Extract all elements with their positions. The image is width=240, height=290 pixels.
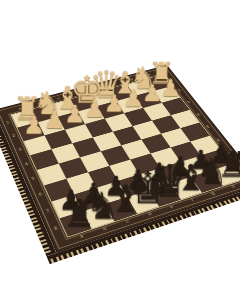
coord-label: g	[210, 191, 216, 196]
coord-label: 4	[24, 162, 29, 166]
coord-label: g	[130, 78, 134, 81]
chess-set-product-photo: abcdefgh abcdefgh 12345678 12345678 ♜♞♝♚…	[0, 0, 240, 290]
chess-board: abcdefgh abcdefgh 12345678 12345678 ♜♞♝♚…	[0, 65, 240, 253]
coord-label: b	[37, 102, 41, 105]
coord-label: h	[231, 184, 237, 189]
coord-label: 5	[206, 125, 211, 129]
coord-label: d	[147, 211, 153, 216]
coord-label: 3	[186, 101, 191, 104]
coord-label: e	[169, 204, 174, 209]
coord-label: c	[125, 219, 130, 224]
coord-label: d	[75, 92, 79, 95]
coord-label: f	[113, 82, 116, 85]
coord-label: 1	[168, 78, 173, 81]
coord-label: a	[79, 234, 84, 239]
coord-label: h	[147, 73, 151, 76]
coord-label: 8	[53, 226, 58, 231]
coord-label: 7	[45, 209, 50, 214]
coord-label: 1	[6, 121, 10, 125]
coord-label: 8	[238, 167, 240, 171]
coord-label: 2	[177, 89, 182, 92]
coord-label: 5	[31, 177, 36, 181]
board-frame: abcdefgh abcdefgh 12345678 12345678 ♜♞♝♚…	[0, 65, 240, 253]
coord-label: 6	[216, 138, 221, 142]
coord-label: 3	[18, 148, 23, 152]
coord-label: f	[190, 198, 194, 202]
coord-label: 4	[196, 113, 201, 117]
coord-label: a	[18, 107, 22, 111]
coord-label: 7	[227, 152, 232, 156]
coord-label: 2	[12, 134, 16, 138]
coord-label: 6	[38, 192, 43, 197]
black-pawn-b7: ♟	[189, 147, 212, 173]
photo-scene: abcdefgh abcdefgh 12345678 12345678 ♜♞♝♚…	[0, 0, 240, 290]
square-a6	[190, 136, 220, 156]
coord-label: b	[102, 226, 107, 231]
coord-label: c	[57, 97, 61, 100]
coord-label: e	[94, 87, 98, 90]
